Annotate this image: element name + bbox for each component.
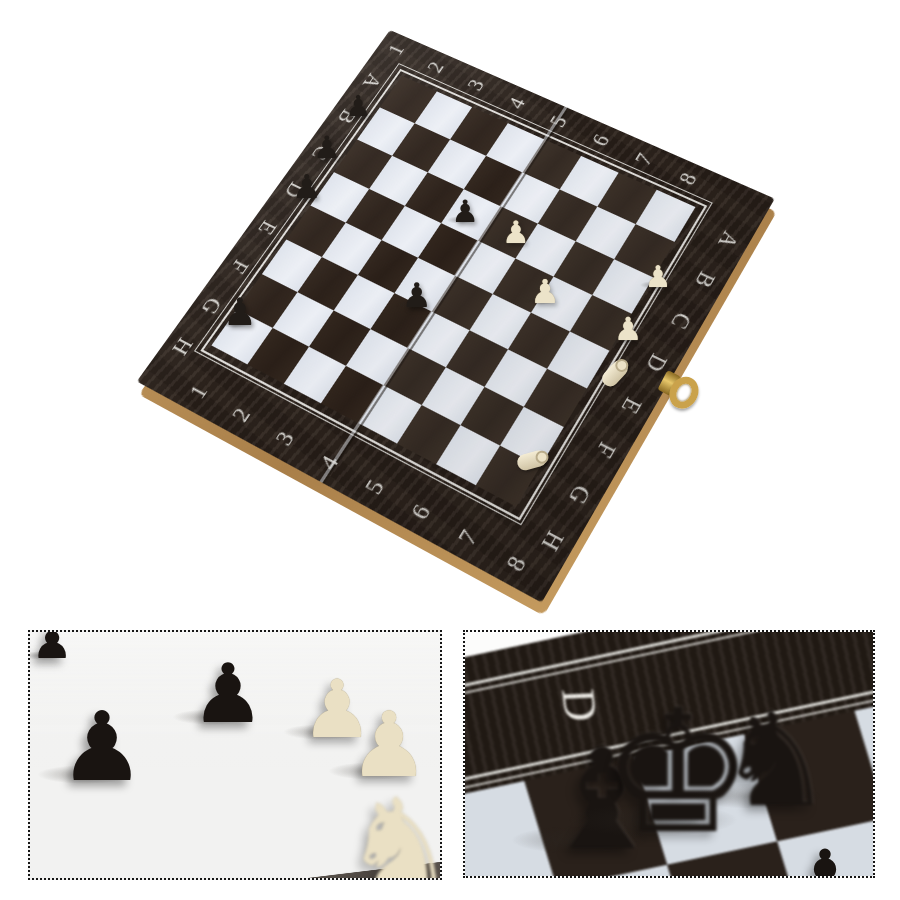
piece-shadow — [525, 297, 555, 305]
piece-shadow — [396, 301, 427, 309]
piece-black-pawn: ♟ — [345, 92, 371, 121]
piece-shadow — [341, 111, 367, 118]
fallen-piece-body — [599, 357, 631, 390]
piece-black-pawn: ♟ — [313, 132, 341, 163]
piece-white-pawn-fallen — [516, 449, 549, 472]
piece-white-pawn: ♟ — [614, 313, 643, 345]
piece-shadow — [217, 319, 251, 328]
piece-white-pawn: ♟ — [502, 217, 530, 248]
piece-shadow — [510, 456, 543, 465]
piece-black-pawn: ♟ — [292, 170, 322, 203]
piece-white-pawn: ♟ — [530, 275, 560, 308]
fallen-piece-body — [516, 449, 549, 472]
piece-shadow — [447, 216, 475, 223]
piece-shadow — [287, 192, 317, 200]
piece-shadow — [640, 281, 667, 288]
piece-black-pawn: ♟ — [451, 196, 479, 227]
piece-white-pawn-fallen — [599, 357, 631, 390]
piece-black-pawn: ♟ — [223, 293, 257, 331]
piece-shadow — [308, 152, 336, 159]
fallen-piece-base-ring — [534, 449, 550, 465]
piece-shadow — [609, 334, 638, 342]
board-pieces-layer: ♟♟♟♟♟♟♟♟♟♟ — [0, 0, 900, 900]
piece-shadow — [497, 237, 525, 244]
fallen-piece-base-ring — [613, 356, 631, 374]
piece-white-pawn: ♟ — [645, 262, 672, 292]
piece-black-pawn: ♟ — [402, 278, 432, 312]
product-photo: 1234567812345678ABCDEFGHABCDEFGH ♟♟♟♟♟♟♟… — [0, 0, 900, 900]
piece-shadow — [595, 369, 626, 377]
